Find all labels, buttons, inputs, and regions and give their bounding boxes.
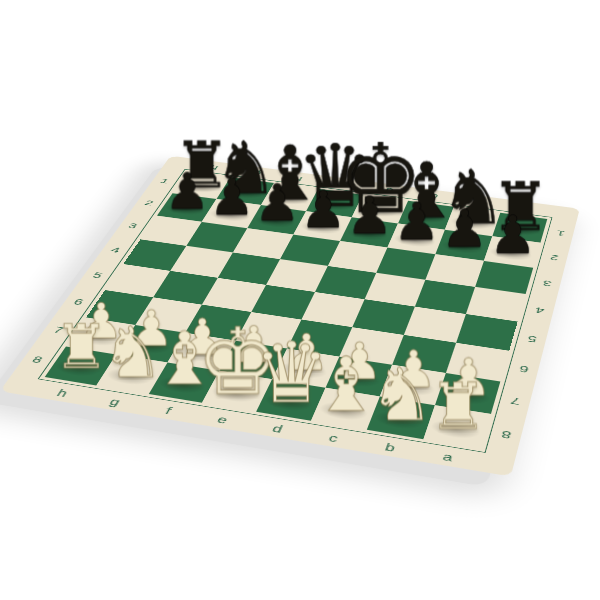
- photo-scene: ♜♞♝♛♚♝♞♜♟♟♟♟♟♟♟♟♟♟♟♟♟♟♟♟♜♞♝♚♛♝♞♜ hgfedcb…: [0, 0, 600, 600]
- rank-label-left-2: 2: [143, 198, 156, 206]
- rank-label-right-2: 2: [549, 253, 559, 262]
- file-label-bottom-c: c: [327, 431, 340, 444]
- rank-label-left-8: 8: [30, 353, 45, 364]
- file-label-bottom-h: h: [55, 386, 71, 398]
- rank-label-left-4: 4: [109, 245, 122, 254]
- rank-label-right-4: 4: [534, 305, 545, 315]
- file-label-bottom-b: b: [384, 440, 398, 453]
- rank-label-left-3: 3: [127, 221, 140, 230]
- file-label-top-a: a: [521, 204, 531, 213]
- rank-label-left-5: 5: [91, 270, 105, 280]
- file-label-bottom-e: e: [216, 412, 231, 425]
- file-label-bottom-g: g: [108, 395, 123, 407]
- file-label-bottom-f: f: [164, 404, 175, 416]
- file-label-bottom-d: d: [271, 421, 285, 434]
- file-label-bottom-a: a: [442, 449, 455, 463]
- chess-board-mat: ♜♞♝♛♚♝♞♜♟♟♟♟♟♟♟♟♟♟♟♟♟♟♟♟♜♞♝♚♛♝♞♜ hgfedcb…: [0, 156, 580, 477]
- rank-label-right-1: 1: [555, 228, 565, 237]
- rank-label-right-8: 8: [499, 428, 512, 441]
- rank-label-right-3: 3: [541, 278, 552, 288]
- board-surface: ♜♞♝♛♚♝♞♜♟♟♟♟♟♟♟♟♟♟♟♟♟♟♟♟♜♞♝♚♛♝♞♜ hgfedcb…: [0, 156, 580, 477]
- rank-label-right-7: 7: [509, 394, 521, 406]
- rank-label-right-5: 5: [526, 333, 537, 344]
- rank-label-right-6: 6: [518, 363, 530, 375]
